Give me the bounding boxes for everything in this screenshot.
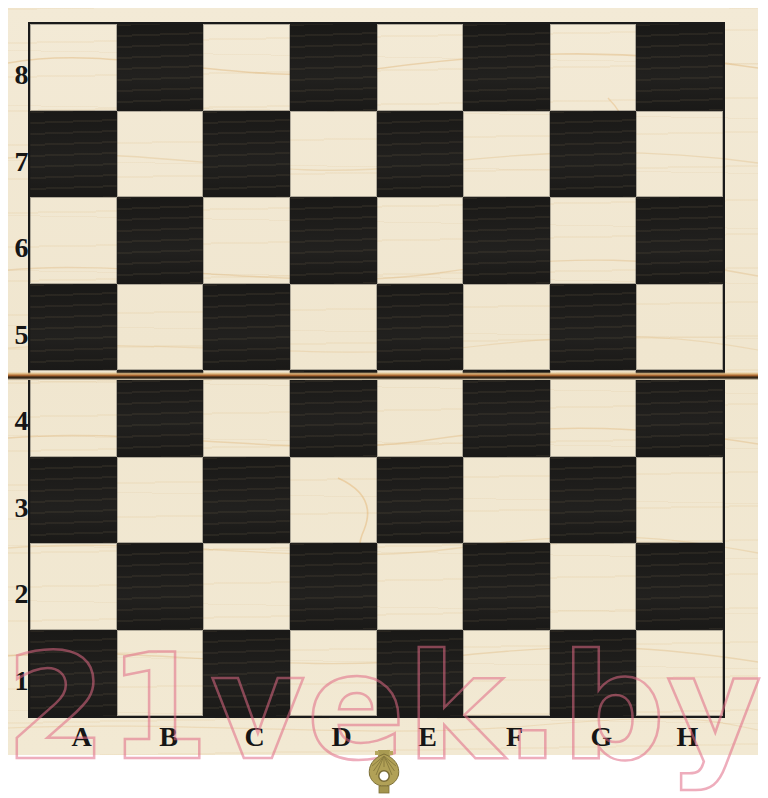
square-a2[interactable] <box>30 543 117 630</box>
square-g7[interactable] <box>550 111 637 198</box>
square-g1[interactable] <box>550 630 637 717</box>
square-d7[interactable] <box>290 111 377 198</box>
square-f6[interactable] <box>463 197 550 284</box>
file-label-f: F <box>471 722 558 752</box>
square-c8[interactable] <box>203 24 290 111</box>
file-label-d: D <box>298 722 385 752</box>
file-label-a: A <box>38 722 125 752</box>
square-b8[interactable] <box>117 24 204 111</box>
square-c4[interactable] <box>203 370 290 457</box>
square-d8[interactable] <box>290 24 377 111</box>
square-f5[interactable] <box>463 284 550 371</box>
file-label-g: G <box>558 722 645 752</box>
square-c6[interactable] <box>203 197 290 284</box>
file-label-e: E <box>384 722 471 752</box>
square-f1[interactable] <box>463 630 550 717</box>
square-a4[interactable] <box>30 370 117 457</box>
square-f7[interactable] <box>463 111 550 198</box>
square-a8[interactable] <box>30 24 117 111</box>
square-c5[interactable] <box>203 284 290 371</box>
square-d6[interactable] <box>290 197 377 284</box>
rank-label-7: 7 <box>8 147 35 177</box>
square-e8[interactable] <box>377 24 464 111</box>
square-f4[interactable] <box>463 370 550 457</box>
rank-label-1: 1 <box>8 666 35 696</box>
square-g8[interactable] <box>550 24 637 111</box>
square-b3[interactable] <box>117 457 204 544</box>
square-a6[interactable] <box>30 197 117 284</box>
square-e3[interactable] <box>377 457 464 544</box>
product-photo: 87654321ABCDEFGH 21vek.by <box>0 0 768 798</box>
square-d3[interactable] <box>290 457 377 544</box>
square-e2[interactable] <box>377 543 464 630</box>
square-h2[interactable] <box>636 543 723 630</box>
square-a5[interactable] <box>30 284 117 371</box>
square-b2[interactable] <box>117 543 204 630</box>
square-g6[interactable] <box>550 197 637 284</box>
square-d1[interactable] <box>290 630 377 717</box>
square-h1[interactable] <box>636 630 723 717</box>
square-f2[interactable] <box>463 543 550 630</box>
file-label-b: B <box>125 722 212 752</box>
rank-label-6: 6 <box>8 233 35 263</box>
square-b5[interactable] <box>117 284 204 371</box>
rank-label-5: 5 <box>8 320 35 350</box>
square-b6[interactable] <box>117 197 204 284</box>
file-label-h: H <box>644 722 731 752</box>
square-f3[interactable] <box>463 457 550 544</box>
square-g4[interactable] <box>550 370 637 457</box>
square-e4[interactable] <box>377 370 464 457</box>
fold-seam <box>8 372 758 380</box>
square-e7[interactable] <box>377 111 464 198</box>
square-h3[interactable] <box>636 457 723 544</box>
square-d5[interactable] <box>290 284 377 371</box>
square-d2[interactable] <box>290 543 377 630</box>
square-f8[interactable] <box>463 24 550 111</box>
rank-label-2: 2 <box>8 579 35 609</box>
rank-label-3: 3 <box>8 493 35 523</box>
file-label-c: C <box>211 722 298 752</box>
square-g2[interactable] <box>550 543 637 630</box>
square-h5[interactable] <box>636 284 723 371</box>
square-c1[interactable] <box>203 630 290 717</box>
rank-label-4: 4 <box>8 406 35 436</box>
brass-clasp-icon <box>366 750 402 796</box>
square-b7[interactable] <box>117 111 204 198</box>
square-d4[interactable] <box>290 370 377 457</box>
square-e5[interactable] <box>377 284 464 371</box>
square-h8[interactable] <box>636 24 723 111</box>
board-grid <box>28 22 725 718</box>
square-c2[interactable] <box>203 543 290 630</box>
square-a7[interactable] <box>30 111 117 198</box>
square-c7[interactable] <box>203 111 290 198</box>
square-a3[interactable] <box>30 457 117 544</box>
square-h7[interactable] <box>636 111 723 198</box>
latch-clasp <box>366 750 402 796</box>
square-e6[interactable] <box>377 197 464 284</box>
square-a1[interactable] <box>30 630 117 717</box>
square-c3[interactable] <box>203 457 290 544</box>
square-h6[interactable] <box>636 197 723 284</box>
square-b1[interactable] <box>117 630 204 717</box>
rank-label-8: 8 <box>8 60 35 90</box>
square-b4[interactable] <box>117 370 204 457</box>
square-g5[interactable] <box>550 284 637 371</box>
square-h4[interactable] <box>636 370 723 457</box>
square-e1[interactable] <box>377 630 464 717</box>
square-g3[interactable] <box>550 457 637 544</box>
